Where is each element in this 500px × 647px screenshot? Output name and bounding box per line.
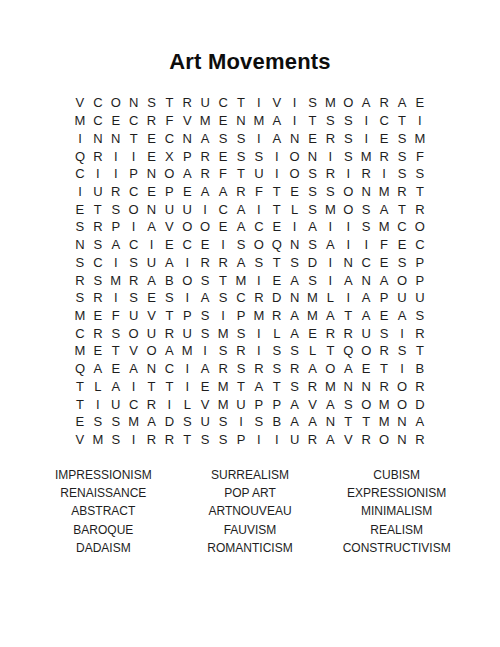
grid-cell-r7-c3[interactable]: S — [107, 200, 125, 218]
grid-cell-r4-c6[interactable]: X — [160, 147, 178, 165]
grid-cell-r7-c20[interactable]: R — [411, 200, 429, 218]
grid-cell-r15-c7[interactable]: M — [178, 342, 196, 360]
grid-cell-r7-c6[interactable]: U — [160, 200, 178, 218]
grid-cell-r17-c9[interactable]: M — [214, 378, 232, 396]
grid-cell-r16-c10[interactable]: S — [232, 360, 250, 378]
grid-cell-r2-c2[interactable]: C — [89, 112, 107, 130]
grid-cell-r13-c19[interactable]: A — [393, 307, 411, 325]
grid-cell-r7-c18[interactable]: A — [375, 200, 393, 218]
grid-cell-r4-c19[interactable]: S — [393, 147, 411, 165]
grid-cell-r5-c5[interactable]: N — [143, 165, 161, 183]
grid-cell-r9-c2[interactable]: S — [89, 236, 107, 254]
grid-cell-r11-c14[interactable]: S — [304, 271, 322, 289]
grid-cell-r8-c17[interactable]: S — [357, 218, 375, 236]
grid-cell-r10-c2[interactable]: C — [89, 253, 107, 271]
grid-cell-r16-c20[interactable]: B — [411, 360, 429, 378]
grid-cell-r20-c18[interactable]: O — [375, 431, 393, 449]
grid-cell-r8-c9[interactable]: E — [214, 218, 232, 236]
grid-cell-r15-c15[interactable]: T — [321, 342, 339, 360]
grid-cell-r12-c4[interactable]: S — [125, 289, 143, 307]
grid-cell-r15-c10[interactable]: R — [232, 342, 250, 360]
grid-cell-r5-c16[interactable]: I — [339, 165, 357, 183]
grid-cell-r14-c16[interactable]: R — [339, 324, 357, 342]
grid-cell-r3-c4[interactable]: T — [125, 129, 143, 147]
grid-cell-r7-c2[interactable]: T — [89, 200, 107, 218]
grid-cell-r2-c10[interactable]: N — [232, 112, 250, 130]
grid-cell-r2-c7[interactable]: V — [178, 112, 196, 130]
grid-cell-r5-c6[interactable]: O — [160, 165, 178, 183]
grid-cell-r6-c12[interactable]: T — [268, 183, 286, 201]
grid-cell-r18-c9[interactable]: M — [214, 395, 232, 413]
grid-cell-r4-c16[interactable]: S — [339, 147, 357, 165]
grid-cell-r17-c4[interactable]: I — [125, 378, 143, 396]
grid-cell-r2-c12[interactable]: A — [268, 112, 286, 130]
grid-cell-r18-c16[interactable]: S — [339, 395, 357, 413]
grid-cell-r13-c13[interactable]: A — [286, 307, 304, 325]
grid-cell-r5-c18[interactable]: I — [375, 165, 393, 183]
grid-cell-r18-c6[interactable]: I — [160, 395, 178, 413]
grid-cell-r20-c5[interactable]: R — [143, 431, 161, 449]
grid-cell-r11-c11[interactable]: I — [250, 271, 268, 289]
grid-cell-r14-c13[interactable]: A — [286, 324, 304, 342]
grid-cell-r17-c6[interactable]: T — [160, 378, 178, 396]
grid-cell-r11-c18[interactable]: A — [375, 271, 393, 289]
grid-cell-r13-c4[interactable]: U — [125, 307, 143, 325]
grid-cell-r4-c20[interactable]: F — [411, 147, 429, 165]
grid-cell-r8-c13[interactable]: I — [286, 218, 304, 236]
grid-cell-r13-c18[interactable]: E — [375, 307, 393, 325]
grid-cell-r7-c10[interactable]: A — [232, 200, 250, 218]
grid-cell-r12-c11[interactable]: R — [250, 289, 268, 307]
grid-cell-r17-c5[interactable]: T — [143, 378, 161, 396]
grid-cell-r19-c11[interactable]: S — [250, 413, 268, 431]
grid-cell-r18-c15[interactable]: A — [321, 395, 339, 413]
grid-cell-r1-c16[interactable]: O — [339, 94, 357, 112]
grid-cell-r11-c17[interactable]: N — [357, 271, 375, 289]
grid-cell-r20-c3[interactable]: S — [107, 431, 125, 449]
grid-cell-r14-c2[interactable]: R — [89, 324, 107, 342]
grid-cell-r12-c2[interactable]: R — [89, 289, 107, 307]
grid-cell-r16-c6[interactable]: C — [160, 360, 178, 378]
grid-cell-r3-c18[interactable]: E — [375, 129, 393, 147]
grid-cell-r9-c14[interactable]: S — [304, 236, 322, 254]
grid-cell-r6-c20[interactable]: T — [411, 183, 429, 201]
grid-cell-r18-c18[interactable]: M — [375, 395, 393, 413]
grid-cell-r20-c13[interactable]: U — [286, 431, 304, 449]
grid-cell-r5-c11[interactable]: U — [250, 165, 268, 183]
grid-cell-r14-c5[interactable]: U — [143, 324, 161, 342]
grid-cell-r19-c6[interactable]: D — [160, 413, 178, 431]
grid-cell-r1-c2[interactable]: C — [89, 94, 107, 112]
grid-cell-r19-c13[interactable]: A — [286, 413, 304, 431]
grid-cell-r17-c17[interactable]: N — [357, 378, 375, 396]
grid-cell-r1-c10[interactable]: T — [232, 94, 250, 112]
grid-cell-r3-c12[interactable]: A — [268, 129, 286, 147]
grid-cell-r14-c10[interactable]: S — [232, 324, 250, 342]
grid-cell-r9-c20[interactable]: C — [411, 236, 429, 254]
grid-cell-r16-c12[interactable]: S — [268, 360, 286, 378]
grid-cell-r9-c7[interactable]: C — [178, 236, 196, 254]
grid-cell-r5-c14[interactable]: S — [304, 165, 322, 183]
grid-cell-r7-c9[interactable]: C — [214, 200, 232, 218]
grid-cell-r3-c19[interactable]: S — [393, 129, 411, 147]
grid-cell-r16-c17[interactable]: E — [357, 360, 375, 378]
grid-cell-r19-c2[interactable]: S — [89, 413, 107, 431]
grid-cell-r3-c5[interactable]: E — [143, 129, 161, 147]
grid-cell-r13-c14[interactable]: M — [304, 307, 322, 325]
grid-cell-r2-c19[interactable]: T — [393, 112, 411, 130]
grid-cell-r17-c20[interactable]: R — [411, 378, 429, 396]
grid-cell-r12-c12[interactable]: D — [268, 289, 286, 307]
grid-cell-r16-c11[interactable]: R — [250, 360, 268, 378]
grid-cell-r1-c18[interactable]: R — [375, 94, 393, 112]
grid-cell-r18-c8[interactable]: V — [196, 395, 214, 413]
grid-cell-r6-c17[interactable]: N — [357, 183, 375, 201]
grid-cell-r8-c18[interactable]: M — [375, 218, 393, 236]
grid-cell-r5-c9[interactable]: F — [214, 165, 232, 183]
grid-cell-r5-c12[interactable]: I — [268, 165, 286, 183]
grid-cell-r3-c1[interactable]: I — [71, 129, 89, 147]
grid-cell-r16-c8[interactable]: A — [196, 360, 214, 378]
grid-cell-r15-c9[interactable]: S — [214, 342, 232, 360]
grid-cell-r3-c13[interactable]: N — [286, 129, 304, 147]
grid-cell-r9-c6[interactable]: E — [160, 236, 178, 254]
grid-cell-r8-c14[interactable]: A — [304, 218, 322, 236]
grid-cell-r15-c5[interactable]: O — [143, 342, 161, 360]
grid-cell-r12-c7[interactable]: I — [178, 289, 196, 307]
grid-cell-r6-c13[interactable]: E — [286, 183, 304, 201]
grid-cell-r5-c3[interactable]: I — [107, 165, 125, 183]
grid-cell-r20-c4[interactable]: I — [125, 431, 143, 449]
grid-cell-r7-c17[interactable]: S — [357, 200, 375, 218]
grid-cell-r9-c5[interactable]: I — [143, 236, 161, 254]
grid-cell-r20-c11[interactable]: I — [250, 431, 268, 449]
grid-cell-r1-c19[interactable]: A — [393, 94, 411, 112]
grid-cell-r20-c12[interactable]: I — [268, 431, 286, 449]
grid-cell-r11-c1[interactable]: R — [71, 271, 89, 289]
grid-cell-r6-c15[interactable]: S — [321, 183, 339, 201]
grid-cell-r6-c11[interactable]: F — [250, 183, 268, 201]
grid-cell-r6-c5[interactable]: E — [143, 183, 161, 201]
grid-cell-r15-c8[interactable]: I — [196, 342, 214, 360]
grid-cell-r18-c1[interactable]: T — [71, 395, 89, 413]
grid-cell-r7-c12[interactable]: T — [268, 200, 286, 218]
grid-cell-r5-c15[interactable]: R — [321, 165, 339, 183]
grid-cell-r14-c6[interactable]: R — [160, 324, 178, 342]
grid-cell-r6-c2[interactable]: U — [89, 183, 107, 201]
grid-cell-r15-c18[interactable]: R — [375, 342, 393, 360]
grid-cell-r4-c13[interactable]: O — [286, 147, 304, 165]
grid-cell-r4-c9[interactable]: E — [214, 147, 232, 165]
grid-cell-r9-c8[interactable]: E — [196, 236, 214, 254]
grid-cell-r17-c1[interactable]: T — [71, 378, 89, 396]
grid-cell-r6-c4[interactable]: C — [125, 183, 143, 201]
grid-cell-r5-c1[interactable]: C — [71, 165, 89, 183]
grid-cell-r9-c4[interactable]: C — [125, 236, 143, 254]
grid-cell-r11-c5[interactable]: A — [143, 271, 161, 289]
grid-cell-r14-c11[interactable]: I — [250, 324, 268, 342]
grid-cell-r9-c15[interactable]: A — [321, 236, 339, 254]
grid-cell-r4-c17[interactable]: M — [357, 147, 375, 165]
grid-cell-r4-c15[interactable]: I — [321, 147, 339, 165]
grid-cell-r12-c3[interactable]: I — [107, 289, 125, 307]
grid-cell-r2-c20[interactable]: I — [411, 112, 429, 130]
grid-cell-r9-c12[interactable]: Q — [268, 236, 286, 254]
grid-cell-r15-c17[interactable]: O — [357, 342, 375, 360]
grid-cell-r11-c9[interactable]: T — [214, 271, 232, 289]
grid-cell-r11-c13[interactable]: A — [286, 271, 304, 289]
grid-cell-r16-c18[interactable]: T — [375, 360, 393, 378]
grid-cell-r11-c6[interactable]: B — [160, 271, 178, 289]
grid-cell-r2-c6[interactable]: F — [160, 112, 178, 130]
grid-cell-r7-c16[interactable]: O — [339, 200, 357, 218]
grid-cell-r8-c20[interactable]: O — [411, 218, 429, 236]
grid-cell-r13-c12[interactable]: R — [268, 307, 286, 325]
grid-cell-r9-c13[interactable]: N — [286, 236, 304, 254]
grid-cell-r18-c2[interactable]: I — [89, 395, 107, 413]
grid-cell-r12-c8[interactable]: A — [196, 289, 214, 307]
grid-cell-r12-c20[interactable]: U — [411, 289, 429, 307]
grid-cell-r13-c17[interactable]: A — [357, 307, 375, 325]
grid-cell-r5-c8[interactable]: R — [196, 165, 214, 183]
grid-cell-r10-c1[interactable]: S — [71, 253, 89, 271]
grid-cell-r11-c16[interactable]: A — [339, 271, 357, 289]
grid-cell-r14-c3[interactable]: S — [107, 324, 125, 342]
grid-cell-r18-c11[interactable]: P — [250, 395, 268, 413]
grid-cell-r18-c3[interactable]: U — [107, 395, 125, 413]
grid-cell-r4-c5[interactable]: E — [143, 147, 161, 165]
grid-cell-r11-c19[interactable]: O — [393, 271, 411, 289]
grid-cell-r20-c1[interactable]: V — [71, 431, 89, 449]
grid-cell-r8-c1[interactable]: S — [71, 218, 89, 236]
grid-cell-r17-c16[interactable]: N — [339, 378, 357, 396]
grid-cell-r17-c18[interactable]: R — [375, 378, 393, 396]
grid-cell-r8-c5[interactable]: A — [143, 218, 161, 236]
grid-cell-r13-c11[interactable]: M — [250, 307, 268, 325]
grid-cell-r3-c14[interactable]: E — [304, 129, 322, 147]
grid-cell-r20-c6[interactable]: R — [160, 431, 178, 449]
grid-cell-r20-c19[interactable]: N — [393, 431, 411, 449]
grid-cell-r12-c9[interactable]: S — [214, 289, 232, 307]
grid-cell-r2-c9[interactable]: E — [214, 112, 232, 130]
grid-cell-r15-c14[interactable]: L — [304, 342, 322, 360]
grid-cell-r9-c10[interactable]: S — [232, 236, 250, 254]
grid-cell-r15-c11[interactable]: I — [250, 342, 268, 360]
grid-cell-r1-c9[interactable]: C — [214, 94, 232, 112]
grid-cell-r19-c3[interactable]: S — [107, 413, 125, 431]
grid-cell-r20-c17[interactable]: R — [357, 431, 375, 449]
grid-cell-r10-c16[interactable]: N — [339, 253, 357, 271]
grid-cell-r2-c4[interactable]: C — [125, 112, 143, 130]
grid-cell-r10-c5[interactable]: U — [143, 253, 161, 271]
grid-cell-r6-c16[interactable]: O — [339, 183, 357, 201]
grid-cell-r4-c14[interactable]: N — [304, 147, 322, 165]
grid-cell-r18-c17[interactable]: O — [357, 395, 375, 413]
grid-cell-r16-c14[interactable]: A — [304, 360, 322, 378]
grid-cell-r10-c12[interactable]: T — [268, 253, 286, 271]
grid-cell-r9-c17[interactable]: I — [357, 236, 375, 254]
grid-cell-r15-c12[interactable]: S — [268, 342, 286, 360]
grid-cell-r1-c15[interactable]: M — [321, 94, 339, 112]
grid-cell-r7-c14[interactable]: S — [304, 200, 322, 218]
grid-cell-r3-c16[interactable]: S — [339, 129, 357, 147]
grid-cell-r4-c1[interactable]: Q — [71, 147, 89, 165]
grid-cell-r7-c8[interactable]: I — [196, 200, 214, 218]
grid-cell-r12-c6[interactable]: S — [160, 289, 178, 307]
grid-cell-r4-c8[interactable]: R — [196, 147, 214, 165]
grid-cell-r15-c19[interactable]: S — [393, 342, 411, 360]
grid-cell-r7-c1[interactable]: E — [71, 200, 89, 218]
grid-cell-r2-c15[interactable]: S — [321, 112, 339, 130]
grid-cell-r18-c4[interactable]: C — [125, 395, 143, 413]
grid-cell-r8-c4[interactable]: I — [125, 218, 143, 236]
grid-cell-r3-c20[interactable]: M — [411, 129, 429, 147]
grid-cell-r4-c12[interactable]: I — [268, 147, 286, 165]
grid-cell-r4-c10[interactable]: S — [232, 147, 250, 165]
grid-cell-r3-c11[interactable]: I — [250, 129, 268, 147]
grid-cell-r12-c16[interactable]: I — [339, 289, 357, 307]
grid-cell-r5-c20[interactable]: S — [411, 165, 429, 183]
grid-cell-r12-c15[interactable]: L — [321, 289, 339, 307]
grid-cell-r17-c7[interactable]: I — [178, 378, 196, 396]
grid-cell-r15-c2[interactable]: E — [89, 342, 107, 360]
grid-cell-r16-c13[interactable]: R — [286, 360, 304, 378]
grid-cell-r14-c18[interactable]: S — [375, 324, 393, 342]
grid-cell-r13-c20[interactable]: S — [411, 307, 429, 325]
grid-cell-r7-c15[interactable]: M — [321, 200, 339, 218]
grid-cell-r12-c17[interactable]: A — [357, 289, 375, 307]
grid-cell-r12-c19[interactable]: U — [393, 289, 411, 307]
grid-cell-r18-c7[interactable]: L — [178, 395, 196, 413]
grid-cell-r17-c15[interactable]: M — [321, 378, 339, 396]
grid-cell-r14-c14[interactable]: E — [304, 324, 322, 342]
grid-cell-r2-c14[interactable]: T — [304, 112, 322, 130]
grid-cell-r14-c12[interactable]: L — [268, 324, 286, 342]
grid-cell-r13-c15[interactable]: A — [321, 307, 339, 325]
grid-cell-r12-c18[interactable]: P — [375, 289, 393, 307]
grid-cell-r19-c5[interactable]: A — [143, 413, 161, 431]
grid-cell-r16-c4[interactable]: A — [125, 360, 143, 378]
grid-cell-r11-c12[interactable]: E — [268, 271, 286, 289]
grid-cell-r14-c7[interactable]: U — [178, 324, 196, 342]
grid-cell-r6-c7[interactable]: E — [178, 183, 196, 201]
grid-cell-r10-c19[interactable]: S — [393, 253, 411, 271]
grid-cell-r5-c19[interactable]: S — [393, 165, 411, 183]
grid-cell-r20-c8[interactable]: S — [196, 431, 214, 449]
grid-cell-r17-c13[interactable]: S — [286, 378, 304, 396]
grid-cell-r18-c12[interactable]: P — [268, 395, 286, 413]
grid-cell-r2-c8[interactable]: M — [196, 112, 214, 130]
grid-cell-r1-c17[interactable]: A — [357, 94, 375, 112]
grid-cell-r19-c16[interactable]: T — [339, 413, 357, 431]
grid-cell-r17-c12[interactable]: T — [268, 378, 286, 396]
grid-cell-r2-c13[interactable]: I — [286, 112, 304, 130]
grid-cell-r13-c1[interactable]: M — [71, 307, 89, 325]
grid-cell-r5-c2[interactable]: I — [89, 165, 107, 183]
grid-cell-r2-c18[interactable]: C — [375, 112, 393, 130]
grid-cell-r6-c8[interactable]: A — [196, 183, 214, 201]
grid-cell-r19-c14[interactable]: A — [304, 413, 322, 431]
grid-cell-r10-c14[interactable]: D — [304, 253, 322, 271]
grid-cell-r19-c18[interactable]: M — [375, 413, 393, 431]
grid-cell-r12-c14[interactable]: M — [304, 289, 322, 307]
grid-cell-r14-c15[interactable]: R — [321, 324, 339, 342]
grid-cell-r18-c5[interactable]: R — [143, 395, 161, 413]
grid-cell-r18-c13[interactable]: A — [286, 395, 304, 413]
grid-cell-r1-c13[interactable]: I — [286, 94, 304, 112]
grid-cell-r16-c7[interactable]: I — [178, 360, 196, 378]
grid-cell-r15-c4[interactable]: V — [125, 342, 143, 360]
grid-cell-r16-c1[interactable]: Q — [71, 360, 89, 378]
grid-cell-r13-c16[interactable]: T — [339, 307, 357, 325]
grid-cell-r15-c6[interactable]: A — [160, 342, 178, 360]
grid-cell-r8-c12[interactable]: E — [268, 218, 286, 236]
grid-cell-r2-c3[interactable]: E — [107, 112, 125, 130]
grid-cell-r6-c19[interactable]: R — [393, 183, 411, 201]
grid-cell-r9-c19[interactable]: E — [393, 236, 411, 254]
grid-cell-r20-c7[interactable]: T — [178, 431, 196, 449]
grid-cell-r16-c2[interactable]: A — [89, 360, 107, 378]
grid-cell-r9-c1[interactable]: N — [71, 236, 89, 254]
grid-cell-r5-c13[interactable]: O — [286, 165, 304, 183]
grid-cell-r10-c8[interactable]: R — [196, 253, 214, 271]
grid-cell-r7-c7[interactable]: U — [178, 200, 196, 218]
grid-cell-r2-c1[interactable]: M — [71, 112, 89, 130]
grid-cell-r14-c8[interactable]: S — [196, 324, 214, 342]
grid-cell-r8-c7[interactable]: O — [178, 218, 196, 236]
grid-cell-r6-c1[interactable]: I — [71, 183, 89, 201]
grid-cell-r17-c19[interactable]: O — [393, 378, 411, 396]
grid-cell-r1-c20[interactable]: E — [411, 94, 429, 112]
grid-cell-r13-c10[interactable]: P — [232, 307, 250, 325]
grid-cell-r13-c2[interactable]: E — [89, 307, 107, 325]
grid-cell-r12-c5[interactable]: E — [143, 289, 161, 307]
grid-cell-r11-c10[interactable]: M — [232, 271, 250, 289]
grid-cell-r10-c6[interactable]: A — [160, 253, 178, 271]
grid-cell-r18-c10[interactable]: U — [232, 395, 250, 413]
grid-cell-r13-c3[interactable]: F — [107, 307, 125, 325]
grid-cell-r8-c19[interactable]: C — [393, 218, 411, 236]
grid-cell-r19-c1[interactable]: E — [71, 413, 89, 431]
grid-cell-r6-c10[interactable]: R — [232, 183, 250, 201]
grid-cell-r16-c3[interactable]: E — [107, 360, 125, 378]
grid-cell-r4-c7[interactable]: P — [178, 147, 196, 165]
grid-cell-r15-c1[interactable]: M — [71, 342, 89, 360]
grid-cell-r6-c9[interactable]: A — [214, 183, 232, 201]
grid-cell-r3-c7[interactable]: N — [178, 129, 196, 147]
grid-cell-r10-c3[interactable]: I — [107, 253, 125, 271]
grid-cell-r5-c17[interactable]: R — [357, 165, 375, 183]
grid-cell-r2-c11[interactable]: M — [250, 112, 268, 130]
grid-cell-r7-c13[interactable]: L — [286, 200, 304, 218]
grid-cell-r20-c16[interactable]: V — [339, 431, 357, 449]
grid-cell-r20-c14[interactable]: R — [304, 431, 322, 449]
grid-cell-r20-c20[interactable]: R — [411, 431, 429, 449]
grid-cell-r10-c7[interactable]: I — [178, 253, 196, 271]
grid-cell-r18-c20[interactable]: D — [411, 395, 429, 413]
grid-cell-r13-c9[interactable]: I — [214, 307, 232, 325]
grid-cell-r10-c13[interactable]: S — [286, 253, 304, 271]
grid-cell-r8-c15[interactable]: I — [321, 218, 339, 236]
grid-cell-r6-c14[interactable]: S — [304, 183, 322, 201]
grid-cell-r5-c7[interactable]: A — [178, 165, 196, 183]
grid-cell-r10-c4[interactable]: S — [125, 253, 143, 271]
grid-cell-r1-c1[interactable]: V — [71, 94, 89, 112]
grid-cell-r9-c11[interactable]: O — [250, 236, 268, 254]
grid-cell-r17-c14[interactable]: R — [304, 378, 322, 396]
grid-cell-r3-c10[interactable]: S — [232, 129, 250, 147]
grid-cell-r7-c4[interactable]: O — [125, 200, 143, 218]
